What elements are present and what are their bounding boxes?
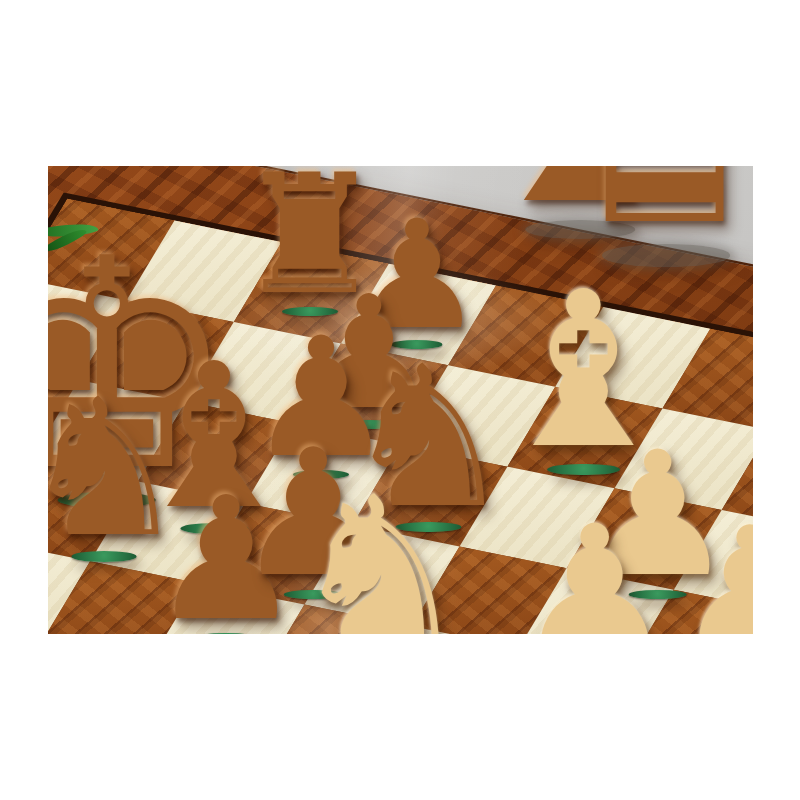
piece-light-pawn-h5: ♟ — [674, 505, 753, 634]
pawn-glyph: ♟ — [674, 505, 753, 634]
piece-light-knight-e4: ♞ — [289, 470, 473, 634]
piece-light-pawn-g4: ♟ — [514, 502, 675, 634]
pawn-glyph: ♟ — [514, 502, 675, 634]
pieces-layer: ♜♟♟♝♚♝♟♞♟♟♞♟♟♞♟♝♛ — [48, 166, 753, 634]
page-background: ♜♟♟♝♚♝♟♞♟♟♞♟♟♞♟♝♛ — [0, 0, 800, 800]
knight-glyph: ♞ — [289, 470, 473, 634]
product-photo: ♜♟♟♝♚♝♟♞♟♟♞♟♟♞♟♝♛ — [48, 166, 753, 634]
